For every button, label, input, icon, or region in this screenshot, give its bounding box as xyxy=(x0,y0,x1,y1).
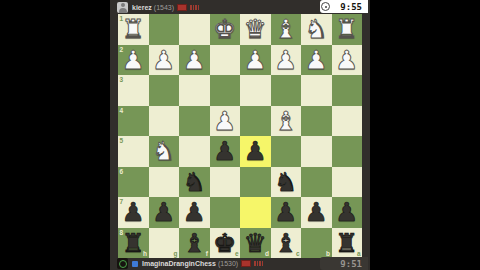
square-h3[interactable]: 3 xyxy=(118,75,149,106)
white-pawn-d2[interactable]: ♟ xyxy=(240,45,271,76)
square-g8[interactable]: g xyxy=(149,228,180,259)
black-knight-c6[interactable]: ♞ xyxy=(271,167,302,198)
rank-label-6: 6 xyxy=(120,168,124,175)
flag-icon xyxy=(241,260,251,267)
square-h4[interactable]: 4 xyxy=(118,106,149,137)
square-b3[interactable] xyxy=(301,75,332,106)
file-label-g: g xyxy=(174,250,178,257)
square-e2[interactable] xyxy=(210,45,241,76)
rank-label-3: 3 xyxy=(120,76,124,83)
chess-app: kierez (1543) 9:55 1♜♚♛♝♞♜2♟♟♟♟♟♟♟34♟♝5♞… xyxy=(110,0,370,270)
square-d1[interactable]: ♛ xyxy=(240,14,271,45)
square-h6[interactable]: 6 xyxy=(118,167,149,198)
square-a3[interactable] xyxy=(332,75,363,106)
square-f1[interactable] xyxy=(179,14,210,45)
black-clock-time: 9:51 xyxy=(340,259,362,269)
square-a4[interactable] xyxy=(332,106,363,137)
square-b1[interactable]: ♞ xyxy=(301,14,332,45)
square-h1[interactable]: 1♜ xyxy=(118,14,149,45)
square-c7[interactable]: ♟ xyxy=(271,197,302,228)
square-e3[interactable] xyxy=(210,75,241,106)
square-f3[interactable] xyxy=(179,75,210,106)
white-pawn-g2[interactable]: ♟ xyxy=(149,45,180,76)
white-bishop-c4[interactable]: ♝ xyxy=(271,106,302,137)
black-pawn-c7[interactable]: ♟ xyxy=(271,197,302,228)
black-king-e8[interactable]: ♚ xyxy=(210,228,241,259)
white-pawn-f2[interactable]: ♟ xyxy=(179,45,210,76)
white-pawn-a2[interactable]: ♟ xyxy=(332,45,363,76)
white-king-e1[interactable]: ♚ xyxy=(210,14,241,45)
black-clock: 9:51 xyxy=(320,257,368,270)
black-queen-d8[interactable]: ♛ xyxy=(240,228,271,259)
bottom-player-name[interactable]: ImaginaDranginChess xyxy=(142,260,216,267)
black-rook-a8[interactable]: ♜ xyxy=(332,228,363,259)
black-pawn-b7[interactable]: ♟ xyxy=(301,197,332,228)
white-rook-h1[interactable]: ♜ xyxy=(118,14,149,45)
square-b2[interactable]: ♟ xyxy=(301,45,332,76)
square-c2[interactable]: ♟ xyxy=(271,45,302,76)
black-pawn-f7[interactable]: ♟ xyxy=(179,197,210,228)
square-f8[interactable]: f♝ xyxy=(179,228,210,259)
square-b7[interactable]: ♟ xyxy=(301,197,332,228)
clock-icon xyxy=(321,2,330,11)
square-e4[interactable]: ♟ xyxy=(210,106,241,137)
square-g2[interactable]: ♟ xyxy=(149,45,180,76)
square-a5[interactable] xyxy=(332,136,363,167)
white-pawn-e4[interactable]: ♟ xyxy=(210,106,241,137)
square-g6[interactable] xyxy=(149,167,180,198)
square-b5[interactable] xyxy=(301,136,332,167)
square-a2[interactable]: ♟ xyxy=(332,45,363,76)
person-avatar-icon xyxy=(121,3,125,7)
square-c4[interactable]: ♝ xyxy=(271,106,302,137)
square-f2[interactable]: ♟ xyxy=(179,45,210,76)
white-knight-b1[interactable]: ♞ xyxy=(301,14,332,45)
square-g3[interactable] xyxy=(149,75,180,106)
square-b8[interactable]: b xyxy=(301,228,332,259)
square-b6[interactable] xyxy=(301,167,332,198)
square-f5[interactable] xyxy=(179,136,210,167)
white-bishop-c1[interactable]: ♝ xyxy=(271,14,302,45)
square-e5[interactable]: ♟ xyxy=(210,136,241,167)
white-pawn-c2[interactable]: ♟ xyxy=(271,45,302,76)
square-c3[interactable] xyxy=(271,75,302,106)
white-queen-d1[interactable]: ♛ xyxy=(240,14,271,45)
square-g1[interactable] xyxy=(149,14,180,45)
white-knight-g5[interactable]: ♞ xyxy=(149,136,180,167)
club-avatar-icon xyxy=(119,260,127,268)
chess-board: 1♜♚♛♝♞♜2♟♟♟♟♟♟♟34♟♝5♞♟♟6♞♞7♟♟♟♟♟♟8h♜gf♝e… xyxy=(118,14,362,258)
white-pawn-h2[interactable]: ♟ xyxy=(118,45,149,76)
square-e7[interactable] xyxy=(210,197,241,228)
flag-icon xyxy=(177,4,187,11)
square-h2[interactable]: 2♟ xyxy=(118,45,149,76)
square-d3[interactable] xyxy=(240,75,271,106)
black-pawn-d5[interactable]: ♟ xyxy=(240,136,271,167)
black-pawn-a7[interactable]: ♟ xyxy=(332,197,363,228)
square-a6[interactable] xyxy=(332,167,363,198)
person-avatar-icon xyxy=(119,8,127,13)
top-player-name[interactable]: kierez xyxy=(132,4,152,11)
square-b4[interactable] xyxy=(301,106,332,137)
square-e1[interactable]: ♚ xyxy=(210,14,241,45)
square-c8[interactable]: c♝ xyxy=(271,228,302,259)
black-pawn-g7[interactable]: ♟ xyxy=(149,197,180,228)
square-e6[interactable] xyxy=(210,167,241,198)
white-rook-a1[interactable]: ♜ xyxy=(332,14,363,45)
video-frame: kierez (1543) 9:55 1♜♚♛♝♞♜2♟♟♟♟♟♟♟34♟♝5♞… xyxy=(0,0,480,270)
blue-badge-icon xyxy=(132,261,138,267)
red-tally-marks-icon xyxy=(254,261,263,266)
square-h7[interactable]: 7♟ xyxy=(118,197,149,228)
square-h8[interactable]: 8h♜ xyxy=(118,228,149,259)
white-clock-time: 9:55 xyxy=(340,2,362,12)
square-e8[interactable]: e♚ xyxy=(210,228,241,259)
square-a1[interactable]: ♜ xyxy=(332,14,363,45)
square-f4[interactable] xyxy=(179,106,210,137)
square-c6[interactable]: ♞ xyxy=(271,167,302,198)
square-a8[interactable]: a♜ xyxy=(332,228,363,259)
square-g5[interactable]: ♞ xyxy=(149,136,180,167)
square-a7[interactable]: ♟ xyxy=(332,197,363,228)
black-pawn-h7[interactable]: ♟ xyxy=(118,197,149,228)
rank-label-5: 5 xyxy=(120,137,124,144)
square-d4[interactable] xyxy=(240,106,271,137)
red-tally-marks-icon xyxy=(190,5,199,10)
square-d5[interactable]: ♟ xyxy=(240,136,271,167)
black-bishop-c8[interactable]: ♝ xyxy=(271,228,302,259)
bottom-player-avatar[interactable] xyxy=(117,258,128,269)
square-g4[interactable] xyxy=(149,106,180,137)
square-h5[interactable]: 5 xyxy=(118,136,149,167)
black-bishop-f8[interactable]: ♝ xyxy=(179,228,210,259)
black-pawn-e5[interactable]: ♟ xyxy=(210,136,241,167)
top-player-rating: (1543) xyxy=(154,4,174,11)
square-d6[interactable] xyxy=(240,167,271,198)
white-clock: 9:55 xyxy=(320,0,368,13)
black-knight-f6[interactable]: ♞ xyxy=(179,167,210,198)
square-f7[interactable]: ♟ xyxy=(179,197,210,228)
black-rook-h8[interactable]: ♜ xyxy=(118,228,149,259)
top-player-avatar[interactable] xyxy=(117,2,128,13)
file-label-b: b xyxy=(326,250,330,257)
square-d7[interactable] xyxy=(240,197,271,228)
white-pawn-b2[interactable]: ♟ xyxy=(301,45,332,76)
rank-label-4: 4 xyxy=(120,107,124,114)
square-d2[interactable]: ♟ xyxy=(240,45,271,76)
square-g7[interactable]: ♟ xyxy=(149,197,180,228)
square-f6[interactable]: ♞ xyxy=(179,167,210,198)
square-d8[interactable]: d♛ xyxy=(240,228,271,259)
bottom-player-rating: (1530) xyxy=(218,260,238,267)
square-c5[interactable] xyxy=(271,136,302,167)
square-c1[interactable]: ♝ xyxy=(271,14,302,45)
